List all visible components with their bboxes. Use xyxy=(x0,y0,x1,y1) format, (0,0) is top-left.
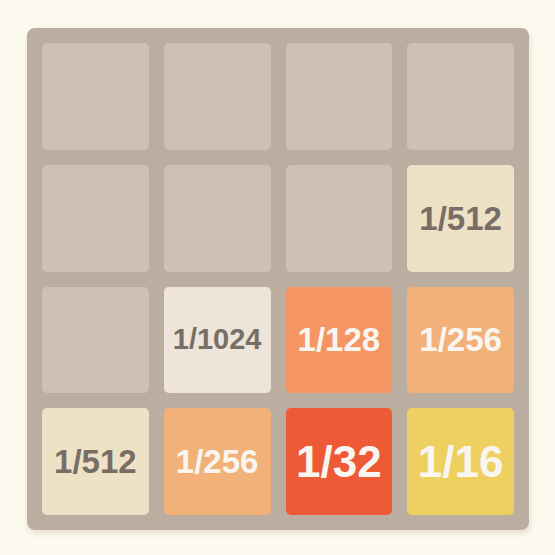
empty-cell xyxy=(42,165,149,272)
tile: 1/32 xyxy=(286,408,393,515)
empty-cell xyxy=(286,165,393,272)
empty-cell xyxy=(164,43,271,150)
empty-cell xyxy=(286,43,393,150)
empty-cell xyxy=(42,287,149,394)
tile: 1/256 xyxy=(407,287,514,394)
tile: 1/256 xyxy=(164,408,271,515)
tile: 1/512 xyxy=(42,408,149,515)
game-board[interactable]: 1/5121/10241/1281/2561/5121/2561/321/16 xyxy=(27,28,529,530)
tile: 1/1024 xyxy=(164,287,271,394)
tile: 1/128 xyxy=(286,287,393,394)
tile: 1/16 xyxy=(407,408,514,515)
empty-cell xyxy=(164,165,271,272)
empty-cell xyxy=(42,43,149,150)
empty-cell xyxy=(407,43,514,150)
tile: 1/512 xyxy=(407,165,514,272)
